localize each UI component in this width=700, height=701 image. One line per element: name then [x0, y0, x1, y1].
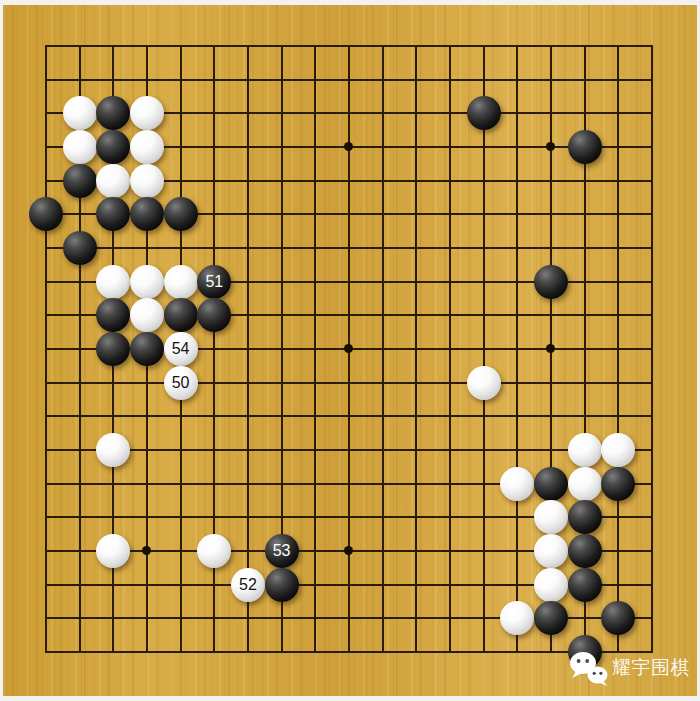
- white-stone: [568, 467, 602, 501]
- grid-line-horizontal: [45, 651, 653, 653]
- black-stone: [29, 197, 63, 231]
- white-stone: [500, 601, 534, 635]
- star-point: [344, 344, 353, 353]
- star-point: [546, 344, 555, 353]
- white-stone: [130, 298, 164, 332]
- black-stone: [63, 164, 97, 198]
- black-stone: [164, 197, 198, 231]
- black-stone: 51: [197, 265, 231, 299]
- black-stone: [568, 534, 602, 568]
- white-stone: [96, 164, 130, 198]
- grid-line-horizontal: [45, 415, 653, 417]
- white-stone: [130, 130, 164, 164]
- black-stone: [467, 96, 501, 130]
- star-point: [344, 142, 353, 151]
- black-stone: [130, 332, 164, 366]
- move-number-label: 51: [205, 274, 223, 290]
- white-stone: [568, 433, 602, 467]
- black-stone: [130, 197, 164, 231]
- white-stone: [130, 265, 164, 299]
- white-stone: [130, 164, 164, 198]
- watermark: 耀宇围棋: [569, 649, 693, 687]
- black-stone: [601, 601, 635, 635]
- white-stone: [534, 500, 568, 534]
- white-stone: [164, 265, 198, 299]
- star-point: [142, 546, 151, 555]
- grid-line-vertical: [651, 45, 653, 653]
- white-stone: [96, 265, 130, 299]
- watermark-text: 耀宇围棋: [612, 655, 690, 681]
- black-stone: [96, 298, 130, 332]
- white-stone: [534, 534, 568, 568]
- move-number-label: 50: [172, 375, 190, 391]
- black-stone: [601, 467, 635, 501]
- move-number-label: 53: [273, 543, 291, 559]
- black-stone: [96, 197, 130, 231]
- star-point: [546, 142, 555, 151]
- black-stone: [96, 130, 130, 164]
- grid-line-vertical: [483, 45, 485, 653]
- white-stone: [500, 467, 534, 501]
- grid-line-vertical: [516, 45, 518, 653]
- move-number-label: 52: [239, 577, 257, 593]
- white-stone: [96, 534, 130, 568]
- white-stone: [130, 96, 164, 130]
- white-stone: 54: [164, 332, 198, 366]
- move-number-label: 54: [172, 341, 190, 357]
- black-stone: [63, 231, 97, 265]
- grid-line-horizontal: [45, 382, 653, 384]
- white-stone: [197, 534, 231, 568]
- wechat-icon: [569, 650, 609, 687]
- white-stone: [63, 130, 97, 164]
- grid-line-vertical: [415, 45, 417, 653]
- grid-line-horizontal: [45, 449, 653, 451]
- black-stone: [197, 298, 231, 332]
- grid-line-vertical: [382, 45, 384, 653]
- white-stone: 52: [231, 568, 265, 602]
- white-stone: [534, 568, 568, 602]
- black-stone: [164, 298, 198, 332]
- black-stone: 53: [265, 534, 299, 568]
- star-point: [344, 546, 353, 555]
- black-stone: [534, 601, 568, 635]
- black-stone: [534, 265, 568, 299]
- white-stone: [96, 433, 130, 467]
- grid-line-vertical: [449, 45, 451, 653]
- white-stone: [63, 96, 97, 130]
- black-stone: [568, 500, 602, 534]
- black-stone: [96, 96, 130, 130]
- white-stone: 50: [164, 366, 198, 400]
- black-stone: [568, 568, 602, 602]
- white-stone: [467, 366, 501, 400]
- black-stone: [96, 332, 130, 366]
- board-layers: 5154505352: [0, 0, 700, 701]
- black-stone: [568, 130, 602, 164]
- grid-line-vertical: [617, 45, 619, 653]
- white-stone: [601, 433, 635, 467]
- black-stone: [265, 568, 299, 602]
- black-stone: [534, 467, 568, 501]
